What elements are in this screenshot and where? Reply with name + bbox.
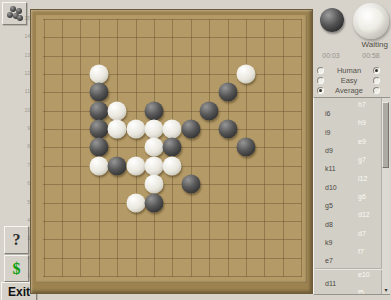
black-stone-g5: [144, 193, 163, 212]
row-coordinate-label: 9: [20, 125, 30, 131]
grid-line: [43, 276, 302, 277]
move-entry-k9[interactable]: k9: [325, 239, 351, 247]
black-stone-l8: [236, 138, 255, 157]
white-stone-h9: [163, 120, 182, 139]
row-coordinate-label: 3: [20, 235, 30, 241]
move-entry-d10[interactable]: d10: [325, 184, 351, 192]
move-entry-g7[interactable]: g7: [358, 156, 384, 164]
black-stone-k9: [218, 120, 237, 139]
white-stone-l12: [236, 65, 255, 84]
right-player-radio-average[interactable]: [373, 87, 380, 94]
grid-line: [43, 56, 302, 57]
pieces-button[interactable]: [2, 2, 27, 25]
left-player-timer: 00:03: [315, 52, 347, 59]
row-coordinate-label: 5: [20, 199, 30, 205]
white-stone-d12: [89, 65, 108, 84]
right-player-radio-easy[interactable]: [373, 77, 380, 84]
white-stone-g6: [144, 175, 163, 194]
move-entry-h9[interactable]: h9: [358, 119, 384, 127]
grid-line: [43, 239, 302, 240]
row-coordinate-label: 7: [20, 162, 30, 168]
black-stone-j10: [200, 101, 219, 120]
move-entry-i6[interactable]: i6: [325, 110, 351, 118]
black-stone-d11: [89, 83, 108, 102]
move-entry-e10[interactable]: e10: [358, 271, 384, 279]
left-player-radio-human[interactable]: [317, 67, 324, 74]
move-entry-f7[interactable]: f7: [358, 248, 384, 256]
level-label: Easy: [327, 76, 371, 85]
row-coordinate-label: 2: [20, 254, 30, 260]
black-stone-h8: [163, 138, 182, 157]
move-entry-e7[interactable]: e7: [325, 257, 351, 265]
level-row-easy: Easy: [313, 76, 385, 86]
black-stone-d8: [89, 138, 108, 157]
grid-line: [43, 92, 302, 93]
left-player-radio-average[interactable]: [317, 87, 324, 94]
white-stone-g9: [144, 120, 163, 139]
move-entry-i9[interactable]: i9: [325, 129, 351, 137]
grid-line: [43, 19, 302, 20]
move-entry-k11[interactable]: k11: [325, 165, 351, 173]
level-label: Average: [327, 86, 371, 95]
grid-line: [43, 37, 302, 38]
black-stone-d9: [89, 120, 108, 139]
row-coordinate-label: 4: [20, 217, 30, 223]
white-player-stone-button[interactable]: [353, 3, 389, 39]
black-stone-d10: [89, 101, 108, 120]
move-list[interactable]: ▾ h7i6h9i9e9d9g7k11l12d10g6g5d12d8d7k9f7…: [313, 97, 390, 295]
white-stone-d7: [89, 156, 108, 175]
black-stone-g10: [144, 101, 163, 120]
right-player-timer: 00:58: [355, 52, 387, 59]
grid-line: [43, 203, 302, 204]
white-stone-icon: [358, 8, 385, 35]
grid-line: [43, 74, 302, 75]
level-row-human: Human: [313, 66, 385, 76]
white-stone-g7: [144, 156, 163, 175]
row-coordinate-label: 13: [20, 52, 30, 58]
row-coordinate-label: 12: [20, 70, 30, 76]
move-entry-g5[interactable]: g5: [325, 202, 351, 210]
move-entry-d8[interactable]: d8: [325, 221, 351, 229]
move-entry-d11[interactable]: d11: [325, 280, 351, 288]
white-stone-h7: [163, 156, 182, 175]
white-stone-g8: [144, 138, 163, 157]
black-stone-i6: [181, 175, 200, 194]
move-entry-d12[interactable]: d12: [358, 211, 384, 219]
right-player-radio-human[interactable]: [373, 67, 380, 74]
row-coordinate-label: 15: [20, 15, 30, 21]
grid-line: [43, 184, 302, 185]
level-label: Human: [327, 66, 371, 75]
grid-line: [43, 111, 302, 112]
grid-line: [43, 221, 302, 222]
move-entry-e9[interactable]: e9: [358, 138, 384, 146]
black-stone-i9: [181, 120, 200, 139]
move-entry-f5[interactable]: f5: [358, 289, 384, 295]
grid-line: [43, 258, 302, 259]
white-stone-e10: [108, 101, 127, 120]
black-stone-k11: [218, 83, 237, 102]
white-stone-e9: [108, 120, 127, 139]
move-entry-h7[interactable]: h7: [358, 101, 384, 109]
move-entry-g6[interactable]: g6: [358, 193, 384, 201]
row-coordinate-label: 6: [20, 180, 30, 186]
move-entry-l12[interactable]: l12: [358, 175, 384, 183]
move-list-separator: [315, 268, 382, 269]
level-row-average: Average: [313, 86, 385, 96]
row-coordinate-label: 10: [20, 107, 30, 113]
left-player-radio-easy[interactable]: [317, 77, 324, 84]
game-board[interactable]: [36, 15, 307, 283]
row-coordinate-label: 14: [20, 33, 30, 39]
black-player-stone-icon: [320, 8, 344, 32]
exit-button-label: Exit: [8, 285, 30, 299]
board-frame: [30, 9, 313, 294]
move-entry-d9[interactable]: d9: [325, 147, 351, 155]
white-stone-f5: [126, 193, 145, 212]
status-label: Waiting: [340, 40, 388, 49]
white-stone-f7: [126, 156, 145, 175]
row-coordinate-label: 1: [20, 272, 30, 278]
gomoku-game-window: ? $ Exit 151413121110987654321 Waiting 0…: [0, 0, 391, 300]
row-coordinate-label: 11: [20, 88, 30, 94]
move-entry-d7[interactable]: d7: [358, 230, 384, 238]
row-coordinate-label: 8: [20, 143, 30, 149]
white-stone-f9: [126, 120, 145, 139]
black-stone-e7: [108, 156, 127, 175]
